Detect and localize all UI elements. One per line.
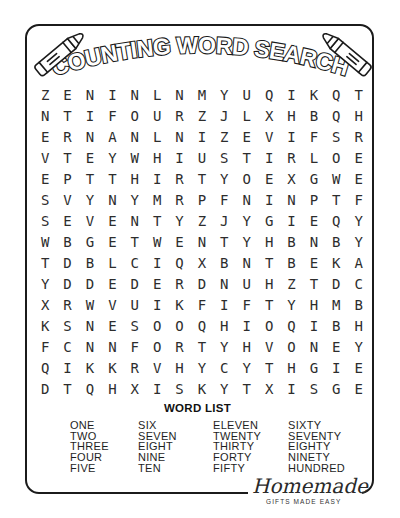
word-list-item: FIVE [70, 463, 109, 474]
grid-cell[interactable]: H [124, 168, 146, 189]
grid-cell[interactable]: H [168, 357, 190, 378]
grid-cell[interactable]: F [303, 126, 325, 147]
grid-cell[interactable]: Q [258, 84, 280, 105]
grid-cell[interactable]: T [56, 147, 78, 168]
grid-cell[interactable]: T [213, 231, 235, 252]
grid-cell[interactable]: Q [325, 210, 347, 231]
word-list-column: SIXSEVENEIGHTNINETEN [138, 420, 177, 474]
grid-cell[interactable]: R [168, 273, 190, 294]
grid-cell[interactable]: R [168, 189, 190, 210]
grid-cell[interactable]: Z [191, 105, 213, 126]
grid-cell[interactable]: L [146, 126, 168, 147]
grid-cell[interactable]: E [236, 126, 258, 147]
grid-cell[interactable]: Z [34, 84, 56, 105]
grid-cell[interactable]: I [325, 357, 347, 378]
grid-cell[interactable]: Y [101, 147, 123, 168]
grid-cell[interactable]: S [34, 189, 56, 210]
grid-cell[interactable]: H [258, 273, 280, 294]
grid-cell[interactable]: Q [168, 252, 190, 273]
grid-cell[interactable]: Q [34, 357, 56, 378]
grid-cell[interactable]: N [280, 189, 302, 210]
grid-cell[interactable]: N [168, 84, 190, 105]
grid-cell[interactable]: Z [280, 273, 302, 294]
word-list-header: WORD LIST [25, 402, 370, 414]
grid-cell[interactable]: E [347, 168, 369, 189]
brand-tagline: GIFTS MADE EASY [266, 498, 341, 505]
word-list-column: SIXTYSEVENTYEIGHTYNINETYHUNDRED [288, 420, 345, 474]
grid-cell[interactable]: R [280, 147, 302, 168]
grid-cell[interactable]: J [213, 210, 235, 231]
grid-cell[interactable]: X [124, 378, 146, 399]
grid-cell[interactable]: E [168, 231, 190, 252]
grid-cell[interactable]: B [347, 294, 369, 315]
grid-cell[interactable]: O [325, 147, 347, 168]
grid-cell[interactable]: F [347, 189, 369, 210]
grid-cell[interactable]: H [280, 105, 302, 126]
grid-cell[interactable]: I [56, 357, 78, 378]
grid-cell[interactable]: O [146, 336, 168, 357]
grid-cell[interactable]: O [124, 105, 146, 126]
grid-cell[interactable]: S [124, 315, 146, 336]
grid-cell[interactable]: F [101, 105, 123, 126]
grid-cell[interactable]: G [303, 357, 325, 378]
grid-cell[interactable]: R [124, 357, 146, 378]
grid-cell[interactable]: G [79, 231, 101, 252]
grid-cell[interactable]: Y [347, 336, 369, 357]
grid-cell[interactable]: T [258, 252, 280, 273]
grid-cell[interactable]: D [325, 273, 347, 294]
grid-cell[interactable]: L [146, 84, 168, 105]
grid-cell[interactable]: N [79, 126, 101, 147]
grid-cell[interactable]: N [101, 189, 123, 210]
grid-cell[interactable]: T [146, 210, 168, 231]
word-list-item: HUNDRED [288, 463, 345, 474]
grid-cell[interactable]: W [34, 231, 56, 252]
grid-cell[interactable]: P [191, 189, 213, 210]
grid-cell[interactable]: W [325, 168, 347, 189]
grid-cell[interactable]: G [258, 210, 280, 231]
grid-cell[interactable]: X [258, 378, 280, 399]
grid-cell[interactable]: Q [325, 105, 347, 126]
grid-cell[interactable]: O [280, 336, 302, 357]
grid-cell[interactable]: Q [191, 315, 213, 336]
grid-cell[interactable]: H [347, 105, 369, 126]
grid-cell[interactable]: O [258, 315, 280, 336]
grid-cell[interactable]: E [56, 84, 78, 105]
word-list-item: FIFTY [213, 463, 261, 474]
grid-cell[interactable]: D [124, 273, 146, 294]
grid-cell[interactable]: V [146, 357, 168, 378]
grid-cell[interactable]: I [280, 378, 302, 399]
grid-cell[interactable]: W [146, 231, 168, 252]
grid-cell[interactable]: N [303, 231, 325, 252]
grid-cell[interactable]: J [213, 105, 235, 126]
grid-cell[interactable]: O [168, 315, 190, 336]
grid-cell[interactable]: E [101, 231, 123, 252]
grid-cell[interactable]: I [280, 126, 302, 147]
title-banner: COUNTING WORD SEARCH [0, 0, 400, 84]
grid-cell[interactable]: N [124, 210, 146, 231]
grid-cell[interactable]: B [213, 252, 235, 273]
grid-cell[interactable]: A [101, 126, 123, 147]
grid-cell[interactable]: T [124, 231, 146, 252]
grid-cell[interactable]: Y [280, 294, 302, 315]
grid-cell[interactable]: K [101, 357, 123, 378]
grid-cell[interactable]: N [303, 336, 325, 357]
grid-cell[interactable]: Q [79, 378, 101, 399]
grid-cell[interactable]: I [280, 84, 302, 105]
grid-cell[interactable]: H [213, 315, 235, 336]
grid-cell[interactable]: Y [347, 210, 369, 231]
grid-cell[interactable]: I [146, 378, 168, 399]
grid-cell[interactable]: H [280, 357, 302, 378]
word-list-column: ELEVENTWENTYTHIRTYFORTYFIFTY [213, 420, 261, 474]
grid-cell[interactable]: Y [124, 189, 146, 210]
grid-cell[interactable]: B [79, 252, 101, 273]
grid-cell[interactable]: Y [236, 231, 258, 252]
grid-cell[interactable]: K [168, 294, 190, 315]
grid-cell[interactable]: G [325, 378, 347, 399]
grid-cell[interactable]: T [34, 252, 56, 273]
grid-cell[interactable]: I [146, 252, 168, 273]
grid-cell[interactable]: R [168, 336, 190, 357]
grid-cell[interactable]: I [168, 147, 190, 168]
grid-cell[interactable]: E [79, 147, 101, 168]
grid-cell[interactable]: Y [213, 336, 235, 357]
grid-cell[interactable]: Y [34, 273, 56, 294]
grid-cell[interactable]: S [213, 147, 235, 168]
grid-cell[interactable]: E [101, 210, 123, 231]
grid-cell[interactable]: W [124, 147, 146, 168]
grid-cell[interactable]: E [347, 357, 369, 378]
grid-cell[interactable]: N [101, 336, 123, 357]
grid-cell[interactable]: E [347, 378, 369, 399]
grid-cell[interactable]: I [236, 315, 258, 336]
grid-cell[interactable]: U [191, 147, 213, 168]
grid-cell[interactable]: Z [213, 126, 235, 147]
grid-cell[interactable]: L [303, 147, 325, 168]
grid-cell[interactable]: T [236, 378, 258, 399]
grid-cell[interactable]: M [191, 84, 213, 105]
grid-cell[interactable]: F [124, 336, 146, 357]
grid-cell[interactable]: E [258, 168, 280, 189]
grid-cell[interactable]: T [325, 189, 347, 210]
grid-cell[interactable]: N [124, 84, 146, 105]
grid-cell[interactable]: H [258, 231, 280, 252]
grid-cell[interactable]: E [303, 210, 325, 231]
grid-cell[interactable]: B [303, 105, 325, 126]
word-list-item: TEN [138, 463, 177, 474]
grid-cell[interactable]: V [101, 294, 123, 315]
grid-cell[interactable]: H [236, 336, 258, 357]
grid-cell[interactable]: Y [213, 84, 235, 105]
grid-cell[interactable]: D [34, 378, 56, 399]
grid-cell[interactable]: A [347, 252, 369, 273]
grid-cell[interactable]: B [56, 231, 78, 252]
grid-cell[interactable]: M [325, 294, 347, 315]
grid-cell[interactable]: N [124, 126, 146, 147]
grid-cell[interactable]: S [56, 315, 78, 336]
grid-cell[interactable]: T [236, 147, 258, 168]
grid-cell[interactable]: B [280, 231, 302, 252]
grid-cell[interactable]: X [34, 294, 56, 315]
grid-cell[interactable]: K [34, 315, 56, 336]
grid-cell[interactable]: U [124, 294, 146, 315]
grid-cell[interactable]: D [79, 273, 101, 294]
grid-cell[interactable]: E [34, 126, 56, 147]
grid-cell[interactable]: E [101, 273, 123, 294]
grid-cell[interactable]: I [258, 147, 280, 168]
grid-cell[interactable]: U [146, 105, 168, 126]
grid-cell[interactable]: K [191, 378, 213, 399]
grid-cell[interactable]: E [325, 336, 347, 357]
grid-cell[interactable]: T [258, 294, 280, 315]
grid-cell[interactable]: X [191, 252, 213, 273]
grid-cell[interactable]: F [213, 189, 235, 210]
grid-cell[interactable]: I [258, 189, 280, 210]
grid-cell[interactable]: T [191, 168, 213, 189]
grid-cell[interactable]: I [146, 168, 168, 189]
grid-cell[interactable]: U [236, 273, 258, 294]
grid-cell[interactable]: X [258, 105, 280, 126]
grid-cell[interactable]: G [303, 168, 325, 189]
grid-cell[interactable]: E [34, 168, 56, 189]
grid-cell[interactable]: N [213, 273, 235, 294]
grid-cell[interactable]: D [191, 273, 213, 294]
grid-cell[interactable]: N [79, 315, 101, 336]
grid-cell[interactable]: H [347, 315, 369, 336]
grid-cell[interactable]: P [303, 189, 325, 210]
grid-cell[interactable]: F [34, 336, 56, 357]
grid-cell[interactable]: Z [191, 210, 213, 231]
grid-cell[interactable]: C [347, 273, 369, 294]
grid-cell[interactable]: E [56, 210, 78, 231]
grid-cell[interactable]: N [79, 336, 101, 357]
grid-cell[interactable]: H [101, 378, 123, 399]
grid-cell[interactable]: S [34, 210, 56, 231]
grid-cell[interactable]: T [56, 105, 78, 126]
grid-cell[interactable]: N [236, 189, 258, 210]
grid-cell[interactable]: K [325, 252, 347, 273]
grid-cell[interactable]: B [325, 315, 347, 336]
grid-cell[interactable]: C [56, 336, 78, 357]
grid-cell[interactable]: O [236, 168, 258, 189]
grid-cell[interactable]: F [191, 294, 213, 315]
grid-cell[interactable]: R [168, 168, 190, 189]
grid-cell[interactable]: F [236, 294, 258, 315]
grid-cell[interactable]: K [303, 84, 325, 105]
grid-cell[interactable]: T [101, 168, 123, 189]
grid-cell[interactable]: D [56, 273, 78, 294]
grid-cell[interactable]: U [236, 84, 258, 105]
grid-cell[interactable]: D [56, 252, 78, 273]
grid-cell[interactable]: B [325, 231, 347, 252]
grid-cell[interactable]: N [236, 252, 258, 273]
grid-cell[interactable]: I [191, 126, 213, 147]
grid-cell[interactable]: T [258, 357, 280, 378]
grid-cell[interactable]: E [303, 252, 325, 273]
word-list-column: ONETWOTHREEFOURFIVE [70, 420, 109, 474]
grid-cell[interactable]: S [325, 126, 347, 147]
grid-cell[interactable]: Y [213, 378, 235, 399]
page-title: COUNTING WORD SEARCH [49, 32, 352, 81]
grid-cell[interactable]: T [303, 273, 325, 294]
grid-cell[interactable]: L [101, 252, 123, 273]
grid-cell[interactable]: H [146, 147, 168, 168]
grid-cell[interactable]: R [347, 126, 369, 147]
grid-cell[interactable]: Q [325, 84, 347, 105]
grid-cell[interactable]: Y [191, 357, 213, 378]
grid-cell[interactable]: W [79, 294, 101, 315]
grid-cell[interactable]: T [347, 84, 369, 105]
grid-cell[interactable]: V [258, 336, 280, 357]
grid-cell[interactable]: V [34, 147, 56, 168]
grid-cell[interactable]: N [34, 105, 56, 126]
grid-cell[interactable]: V [79, 210, 101, 231]
grid-cell[interactable]: B [280, 252, 302, 273]
grid-cell[interactable]: X [280, 168, 302, 189]
brand-logo: Homemade [252, 474, 368, 498]
grid-cell[interactable]: R [56, 294, 78, 315]
grid-cell[interactable]: O [146, 315, 168, 336]
grid-cell[interactable]: P [56, 168, 78, 189]
grid-cell[interactable]: I [280, 210, 302, 231]
grid-cell[interactable]: V [258, 126, 280, 147]
grid-cell[interactable]: S [168, 378, 190, 399]
grid-cell[interactable]: Q [280, 315, 302, 336]
grid-cell[interactable]: R [56, 126, 78, 147]
grid-cell[interactable]: T [56, 378, 78, 399]
grid-cell[interactable]: I [146, 294, 168, 315]
grid-cell[interactable]: S [303, 378, 325, 399]
grid-cell[interactable]: I [101, 84, 123, 105]
grid-cell[interactable]: V [56, 189, 78, 210]
grid-cell[interactable]: Y [168, 210, 190, 231]
grid-cell[interactable]: E [347, 147, 369, 168]
grid-cell[interactable]: N [168, 126, 190, 147]
grid-cell[interactable]: L [236, 105, 258, 126]
grid-cell[interactable]: T [191, 336, 213, 357]
grid-cell[interactable]: Y [79, 189, 101, 210]
grid-cell[interactable]: C [213, 357, 235, 378]
grid-cell[interactable]: E [101, 315, 123, 336]
grid-cell[interactable]: I [213, 294, 235, 315]
grid-cell[interactable]: I [303, 315, 325, 336]
grid-cell[interactable]: N [191, 231, 213, 252]
grid-cell[interactable]: H [303, 294, 325, 315]
grid-cell[interactable]: N [79, 84, 101, 105]
grid-cell[interactable]: E [146, 273, 168, 294]
grid-cell[interactable]: Y [347, 231, 369, 252]
grid-cell[interactable]: Y [213, 168, 235, 189]
grid-cell[interactable]: T [79, 168, 101, 189]
word-grid: ZENINLNMYUQIKQTNTIFOURZJLXHBQHERNANLNIZE… [34, 84, 370, 399]
grid-cell[interactable]: I [79, 105, 101, 126]
grid-cell[interactable]: Y [236, 210, 258, 231]
grid-cell[interactable]: C [124, 252, 146, 273]
grid-cell[interactable]: M [146, 189, 168, 210]
grid-cell[interactable]: R [168, 105, 190, 126]
grid-cell[interactable]: Y [236, 357, 258, 378]
grid-cell[interactable]: K [79, 357, 101, 378]
